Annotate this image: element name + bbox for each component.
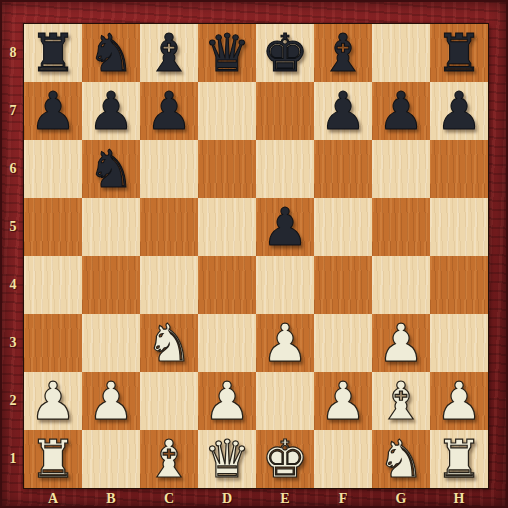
square-g5[interactable]: [372, 198, 430, 256]
square-b8[interactable]: ♞: [82, 24, 140, 82]
black-bishop-f8[interactable]: ♝: [314, 24, 372, 82]
square-b5[interactable]: [82, 198, 140, 256]
square-d3[interactable]: [198, 314, 256, 372]
square-g6[interactable]: [372, 140, 430, 198]
file-label-d: D: [198, 488, 256, 508]
black-pawn-g7[interactable]: ♟: [372, 82, 430, 140]
square-g2[interactable]: ♝: [372, 372, 430, 430]
black-pawn-c7[interactable]: ♟: [140, 82, 198, 140]
white-pawn-g3[interactable]: ♟: [372, 314, 430, 372]
square-e6[interactable]: [256, 140, 314, 198]
file-label-h: H: [430, 488, 488, 508]
square-f4[interactable]: [314, 256, 372, 314]
file-label-b: B: [82, 488, 140, 508]
square-b1[interactable]: [82, 430, 140, 488]
white-rook-a1[interactable]: ♜: [24, 430, 82, 488]
square-e2[interactable]: [256, 372, 314, 430]
square-a6[interactable]: [24, 140, 82, 198]
square-g1[interactable]: ♞: [372, 430, 430, 488]
black-knight-b6[interactable]: ♞: [82, 140, 140, 198]
square-a3[interactable]: [24, 314, 82, 372]
rank-label-1: 1: [2, 430, 24, 488]
white-pawn-a2[interactable]: ♟: [24, 372, 82, 430]
square-b3[interactable]: [82, 314, 140, 372]
square-c4[interactable]: [140, 256, 198, 314]
square-c2[interactable]: [140, 372, 198, 430]
square-c3[interactable]: ♞: [140, 314, 198, 372]
square-g8[interactable]: [372, 24, 430, 82]
black-queen-d8[interactable]: ♛: [198, 24, 256, 82]
square-c5[interactable]: [140, 198, 198, 256]
square-d1[interactable]: ♛: [198, 430, 256, 488]
square-b2[interactable]: ♟: [82, 372, 140, 430]
square-h4[interactable]: [430, 256, 488, 314]
white-pawn-d2[interactable]: ♟: [198, 372, 256, 430]
square-g7[interactable]: ♟: [372, 82, 430, 140]
square-h5[interactable]: [430, 198, 488, 256]
square-h1[interactable]: ♜: [430, 430, 488, 488]
square-f6[interactable]: [314, 140, 372, 198]
square-e1[interactable]: ♚: [256, 430, 314, 488]
black-bishop-c8[interactable]: ♝: [140, 24, 198, 82]
white-bishop-g2[interactable]: ♝: [372, 372, 430, 430]
square-f1[interactable]: [314, 430, 372, 488]
square-a5[interactable]: [24, 198, 82, 256]
black-rook-a8[interactable]: ♜: [24, 24, 82, 82]
square-e7[interactable]: [256, 82, 314, 140]
square-g4[interactable]: [372, 256, 430, 314]
square-d8[interactable]: ♛: [198, 24, 256, 82]
black-pawn-e5[interactable]: ♟: [256, 198, 314, 256]
square-a8[interactable]: ♜: [24, 24, 82, 82]
square-d7[interactable]: [198, 82, 256, 140]
white-queen-d1[interactable]: ♛: [198, 430, 256, 488]
white-pawn-f2[interactable]: ♟: [314, 372, 372, 430]
square-g3[interactable]: ♟: [372, 314, 430, 372]
rank-label-2: 2: [2, 372, 24, 430]
black-pawn-h7[interactable]: ♟: [430, 82, 488, 140]
black-rook-h8[interactable]: ♜: [430, 24, 488, 82]
square-f3[interactable]: [314, 314, 372, 372]
square-e4[interactable]: [256, 256, 314, 314]
square-c7[interactable]: ♟: [140, 82, 198, 140]
square-h2[interactable]: ♟: [430, 372, 488, 430]
square-a2[interactable]: ♟: [24, 372, 82, 430]
white-rook-h1[interactable]: ♜: [430, 430, 488, 488]
white-knight-g1[interactable]: ♞: [372, 430, 430, 488]
black-knight-b8[interactable]: ♞: [82, 24, 140, 82]
rank-label-8: 8: [2, 24, 24, 82]
black-king-e8[interactable]: ♚: [256, 24, 314, 82]
square-h8[interactable]: ♜: [430, 24, 488, 82]
rank-label-5: 5: [2, 198, 24, 256]
square-b4[interactable]: [82, 256, 140, 314]
white-king-e1[interactable]: ♚: [256, 430, 314, 488]
file-label-e: E: [256, 488, 314, 508]
black-pawn-a7[interactable]: ♟: [24, 82, 82, 140]
square-d4[interactable]: [198, 256, 256, 314]
square-f8[interactable]: ♝: [314, 24, 372, 82]
square-c6[interactable]: [140, 140, 198, 198]
square-c1[interactable]: ♝: [140, 430, 198, 488]
square-d2[interactable]: ♟: [198, 372, 256, 430]
square-h7[interactable]: ♟: [430, 82, 488, 140]
file-label-c: C: [140, 488, 198, 508]
square-a4[interactable]: [24, 256, 82, 314]
file-label-f: F: [314, 488, 372, 508]
square-h6[interactable]: [430, 140, 488, 198]
square-c8[interactable]: ♝: [140, 24, 198, 82]
square-e8[interactable]: ♚: [256, 24, 314, 82]
rank-label-6: 6: [2, 140, 24, 198]
rank-label-4: 4: [2, 256, 24, 314]
black-pawn-b7[interactable]: ♟: [82, 82, 140, 140]
white-bishop-c1[interactable]: ♝: [140, 430, 198, 488]
square-f7[interactable]: ♟: [314, 82, 372, 140]
square-b7[interactable]: ♟: [82, 82, 140, 140]
white-pawn-h2[interactable]: ♟: [430, 372, 488, 430]
chess-board: ♜♞♝♛♚♝♜♟♟♟♟♟♟♞♟♞♟♟♟♟♟♟♝♟♜♝♛♚♞♜: [24, 24, 488, 488]
square-h3[interactable]: [430, 314, 488, 372]
square-f5[interactable]: [314, 198, 372, 256]
square-e5[interactable]: ♟: [256, 198, 314, 256]
white-knight-c3[interactable]: ♞: [140, 314, 198, 372]
chess-board-frame: ♜♞♝♛♚♝♜♟♟♟♟♟♟♞♟♞♟♟♟♟♟♟♝♟♜♝♛♚♞♜ 87654321A…: [0, 0, 508, 508]
file-label-g: G: [372, 488, 430, 508]
white-pawn-b2[interactable]: ♟: [82, 372, 140, 430]
square-d5[interactable]: [198, 198, 256, 256]
rank-label-7: 7: [2, 82, 24, 140]
file-label-a: A: [24, 488, 82, 508]
white-pawn-e3[interactable]: ♟: [256, 314, 314, 372]
black-pawn-f7[interactable]: ♟: [314, 82, 372, 140]
square-f2[interactable]: ♟: [314, 372, 372, 430]
square-d6[interactable]: [198, 140, 256, 198]
rank-label-3: 3: [2, 314, 24, 372]
square-a1[interactable]: ♜: [24, 430, 82, 488]
square-b6[interactable]: ♞: [82, 140, 140, 198]
square-a7[interactable]: ♟: [24, 82, 82, 140]
square-e3[interactable]: ♟: [256, 314, 314, 372]
